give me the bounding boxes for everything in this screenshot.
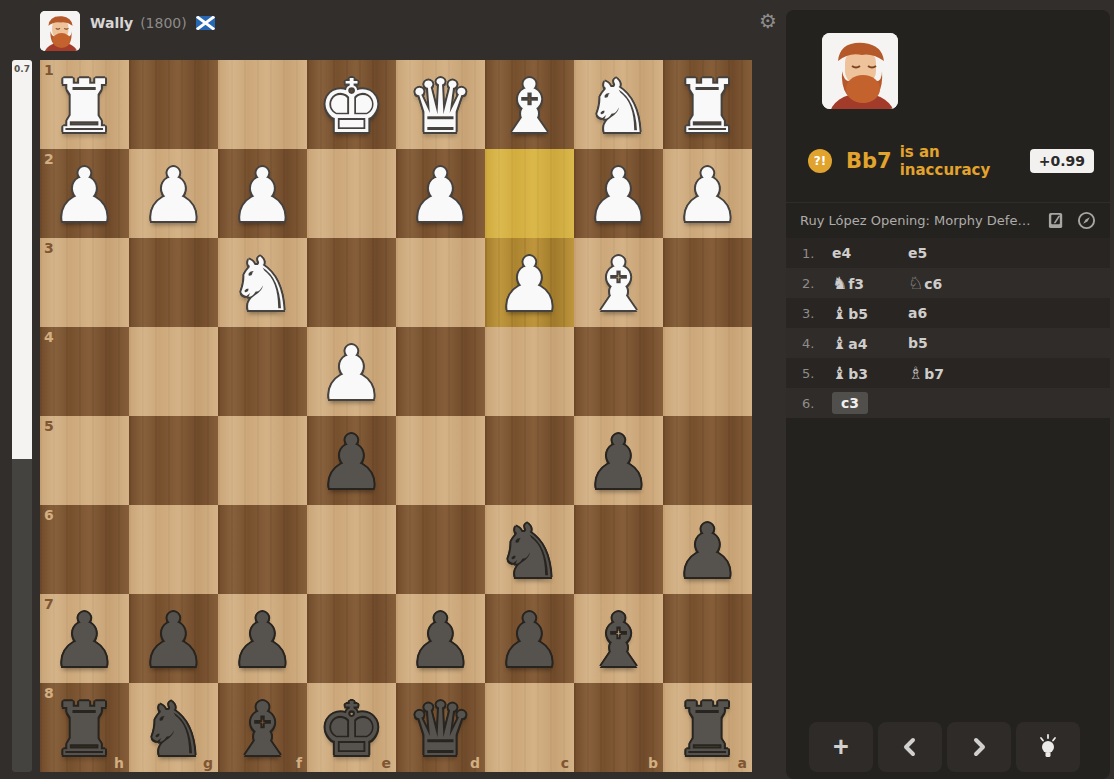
move-number: 2. — [802, 276, 832, 291]
move-row-3: 3.♝b5a6 — [786, 298, 1110, 328]
move-number: 6. — [802, 396, 832, 411]
eval-badge: +0.99 — [1030, 149, 1094, 173]
rank-label-3: 3 — [44, 240, 54, 256]
piece-wP-g2[interactable]: ♟ — [129, 149, 218, 238]
square-a3[interactable] — [663, 238, 752, 327]
file-label-f: f — [296, 755, 302, 771]
piece-wB-b3[interactable]: ♝ — [574, 238, 663, 327]
square-h4[interactable]: 4 — [40, 327, 129, 416]
square-c3[interactable]: ♟ — [485, 238, 574, 327]
chess-board: 1♜♚♛♝♞♜2♟♟♟♟♟♟3♞♟♝4♟5♟♟6♞♟7♟♟♟♟♟♝8h♜g♞f♝… — [40, 60, 752, 772]
move-white-5[interactable]: ♝b3 — [832, 363, 908, 383]
eval-bar: 0.7 — [12, 60, 32, 772]
move-black-1[interactable]: e5 — [908, 245, 927, 261]
piece-wP-e4[interactable]: ♟ — [307, 327, 396, 416]
annotation-text: is an inaccuracy — [900, 143, 1030, 179]
square-h1[interactable]: 1♜ — [40, 60, 129, 149]
move-white-4[interactable]: ♝a4 — [832, 333, 908, 353]
square-b8[interactable]: b — [574, 683, 663, 772]
square-e3[interactable] — [307, 238, 396, 327]
piece-wP-f2[interactable]: ♟ — [218, 149, 307, 238]
move-black-4[interactable]: b5 — [908, 335, 928, 351]
square-b3[interactable]: ♝ — [574, 238, 663, 327]
rank-label-8: 8 — [44, 685, 54, 701]
move-white-2[interactable]: ♞f3 — [832, 273, 908, 293]
square-e7[interactable] — [307, 594, 396, 683]
piece-bB-f8[interactable]: ♝ — [218, 683, 307, 772]
square-f2[interactable]: ♟ — [218, 149, 307, 238]
piece-bP-d7[interactable]: ♟ — [396, 594, 485, 683]
file-label-h: h — [114, 755, 124, 771]
rank-label-1: 1 — [44, 62, 54, 78]
square-e1[interactable]: ♚ — [307, 60, 396, 149]
square-d8[interactable]: d♛ — [396, 683, 485, 772]
avatar-image — [40, 11, 80, 51]
avatar[interactable] — [40, 11, 80, 51]
white-piece-figurine: ♝ — [832, 303, 847, 323]
square-g1[interactable] — [129, 60, 218, 149]
square-a4[interactable] — [663, 327, 752, 416]
opening-book-icon[interactable] — [1047, 211, 1066, 230]
rank-label-2: 2 — [44, 151, 54, 167]
piece-wN-b1[interactable]: ♞ — [574, 60, 663, 149]
opening-row: Ruy López Opening: Morphy Defense,... — [786, 202, 1110, 238]
square-f4[interactable] — [218, 327, 307, 416]
square-h7[interactable]: 7♟ — [40, 594, 129, 683]
file-label-g: g — [203, 755, 213, 771]
square-g3[interactable] — [129, 238, 218, 327]
piece-bP-g7[interactable]: ♟ — [129, 594, 218, 683]
inaccuracy-icon: ?! — [808, 149, 832, 173]
piece-bP-b5[interactable]: ♟ — [574, 416, 663, 505]
piece-wP-a2[interactable]: ♟ — [663, 149, 752, 238]
eval-value: 0.7 — [12, 64, 32, 74]
square-b7[interactable]: ♝ — [574, 594, 663, 683]
square-d2[interactable]: ♟ — [396, 149, 485, 238]
file-label-e: e — [382, 755, 392, 771]
move-white-3[interactable]: ♝b5 — [832, 303, 908, 323]
square-f5[interactable] — [218, 416, 307, 505]
move-black-2[interactable]: ♘c6 — [908, 273, 942, 293]
piece-wQ-d1[interactable]: ♛ — [396, 60, 485, 149]
move-number: 4. — [802, 336, 832, 351]
move-annotation: ?! Bb7 is an inaccuracy +0.99 — [808, 141, 1094, 181]
square-b1[interactable]: ♞ — [574, 60, 663, 149]
panel-avatar-image — [822, 33, 898, 109]
square-b4[interactable] — [574, 327, 663, 416]
square-e4[interactable]: ♟ — [307, 327, 396, 416]
black-piece-figurine: ♘ — [908, 273, 923, 293]
move-number: 1. — [802, 246, 832, 261]
square-c1[interactable]: ♝ — [485, 60, 574, 149]
rank-label-6: 6 — [44, 507, 54, 523]
plus-button[interactable]: + — [809, 722, 873, 772]
player-line: Wally (1800) — [90, 13, 215, 33]
square-b5[interactable]: ♟ — [574, 416, 663, 505]
hint-button[interactable] — [1016, 722, 1080, 772]
square-c7[interactable]: ♟ — [485, 594, 574, 683]
square-d7[interactable]: ♟ — [396, 594, 485, 683]
opening-name[interactable]: Ruy López Opening: Morphy Defense,... — [800, 213, 1037, 228]
move-row-1: 1.e4e5 — [786, 238, 1110, 268]
move-row-5: 5.♝b3♗b7 — [786, 358, 1110, 388]
square-g4[interactable] — [129, 327, 218, 416]
move-list: 1.e4e52.♞f3♘c63.♝b5a64.♝a4b55.♝b3♗b76.c3 — [786, 238, 1110, 418]
move-row-4: 4.♝a4b5 — [786, 328, 1110, 358]
square-d5[interactable] — [396, 416, 485, 505]
file-label-c: c — [561, 755, 569, 771]
move-number: 5. — [802, 366, 832, 381]
rank-label-7: 7 — [44, 596, 54, 612]
square-g2[interactable]: ♟ — [129, 149, 218, 238]
piece-wN-f3[interactable]: ♞ — [218, 238, 307, 327]
piece-bP-f7[interactable]: ♟ — [218, 594, 307, 683]
explorer-compass-icon[interactable] — [1077, 211, 1096, 230]
file-label-b: b — [648, 755, 658, 771]
piece-wP-b2[interactable]: ♟ — [574, 149, 663, 238]
forward-button[interactable] — [947, 722, 1011, 772]
annotation-move: Bb7 — [846, 149, 892, 173]
square-a1[interactable]: ♜ — [663, 60, 752, 149]
opening-icons — [1047, 211, 1096, 230]
piece-bP-a6[interactable]: ♟ — [663, 505, 752, 594]
square-f7[interactable]: ♟ — [218, 594, 307, 683]
piece-bN-c6[interactable]: ♞ — [485, 505, 574, 594]
piece-bB-b7[interactable]: ♝ — [574, 594, 663, 683]
square-f6[interactable] — [218, 505, 307, 594]
square-a8[interactable]: a♜ — [663, 683, 752, 772]
piece-bP-e5[interactable]: ♟ — [307, 416, 396, 505]
white-piece-figurine: ♞ — [832, 273, 847, 293]
square-d4[interactable] — [396, 327, 485, 416]
black-piece-figurine: ♗ — [908, 363, 923, 383]
square-a2[interactable]: ♟ — [663, 149, 752, 238]
move-row-2: 2.♞f3♘c6 — [786, 268, 1110, 298]
square-h2[interactable]: 2♟ — [40, 149, 129, 238]
move-number: 3. — [802, 306, 832, 321]
square-g5[interactable] — [129, 416, 218, 505]
lightbulb-icon — [1037, 734, 1059, 760]
square-a7[interactable] — [663, 594, 752, 683]
square-a6[interactable]: ♟ — [663, 505, 752, 594]
piece-wP-d2[interactable]: ♟ — [396, 149, 485, 238]
panel-avatar[interactable] — [822, 33, 898, 109]
white-piece-figurine: ♝ — [832, 333, 847, 353]
square-h6[interactable]: 6 — [40, 505, 129, 594]
piece-wR-a1[interactable]: ♜ — [663, 60, 752, 149]
piece-wK-e1[interactable]: ♚ — [307, 60, 396, 149]
chevron-left-icon — [901, 737, 919, 757]
rank-label-5: 5 — [44, 418, 54, 434]
player-name[interactable]: Wally — [90, 15, 133, 31]
scotland-flag-icon — [196, 16, 215, 30]
square-e2[interactable] — [307, 149, 396, 238]
player-rating: (1800) — [140, 15, 187, 31]
file-label-a: a — [738, 755, 747, 771]
square-c2[interactable] — [485, 149, 574, 238]
move-white-6[interactable]: c3 — [832, 395, 908, 411]
move-row-6: 6.c3 — [786, 388, 1110, 418]
analysis-app: Wally (1800) ⚙ 0.7 1♜♚♛♝♞♜2♟♟♟♟♟♟3♞♟♝4♟5… — [0, 0, 1114, 779]
square-c8[interactable]: c — [485, 683, 574, 772]
square-c6[interactable]: ♞ — [485, 505, 574, 594]
back-button[interactable] — [878, 722, 942, 772]
square-b6[interactable] — [574, 505, 663, 594]
piece-wP-c3[interactable]: ♟ — [485, 238, 574, 327]
square-e5[interactable]: ♟ — [307, 416, 396, 505]
square-e6[interactable] — [307, 505, 396, 594]
square-e8[interactable]: e♚ — [307, 683, 396, 772]
square-f3[interactable]: ♞ — [218, 238, 307, 327]
chevron-right-icon — [970, 737, 988, 757]
square-h3[interactable]: 3 — [40, 238, 129, 327]
gear-icon[interactable]: ⚙ — [759, 9, 777, 33]
file-label-d: d — [470, 755, 480, 771]
square-h8[interactable]: 8h♜ — [40, 683, 129, 772]
square-d1[interactable]: ♛ — [396, 60, 485, 149]
rank-label-4: 4 — [44, 329, 54, 345]
square-c4[interactable] — [485, 327, 574, 416]
move-white-1[interactable]: e4 — [832, 245, 908, 261]
analysis-panel: ?! Bb7 is an inaccuracy +0.99 Ruy López … — [786, 10, 1110, 779]
move-black-3[interactable]: a6 — [908, 305, 927, 321]
piece-wB-c1[interactable]: ♝ — [485, 60, 574, 149]
square-g7[interactable]: ♟ — [129, 594, 218, 683]
square-g6[interactable] — [129, 505, 218, 594]
square-d6[interactable] — [396, 505, 485, 594]
white-piece-figurine: ♝ — [832, 363, 847, 383]
square-b2[interactable]: ♟ — [574, 149, 663, 238]
control-buttons: + — [809, 722, 1080, 772]
square-h5[interactable]: 5 — [40, 416, 129, 505]
piece-bP-c7[interactable]: ♟ — [485, 594, 574, 683]
square-a5[interactable] — [663, 416, 752, 505]
move-black-5[interactable]: ♗b7 — [908, 363, 944, 383]
square-f8[interactable]: f♝ — [218, 683, 307, 772]
square-c5[interactable] — [485, 416, 574, 505]
eval-bar-white-section — [12, 60, 32, 459]
plus-icon: + — [833, 734, 849, 761]
square-g8[interactable]: g♞ — [129, 683, 218, 772]
square-d3[interactable] — [396, 238, 485, 327]
square-f1[interactable] — [218, 60, 307, 149]
